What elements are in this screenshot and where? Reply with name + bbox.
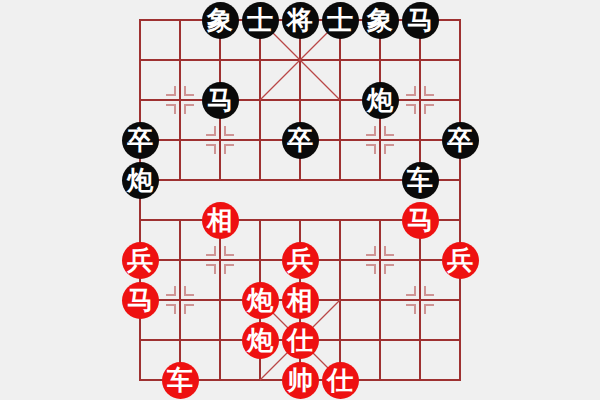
piece-black-general[interactable]: 将 [282,2,319,39]
piece-black-horse[interactable]: 马 [202,82,239,119]
piece-black-soldier[interactable]: 卒 [442,122,479,159]
piece-black-elephant[interactable]: 象 [202,2,239,39]
piece-black-advisor[interactable]: 士 [322,2,359,39]
xiangqi-board: 象士将士象马马炮卒卒卒炮车相马兵兵兵马炮相炮仕车帅仕 [0,0,600,400]
piece-red-soldier[interactable]: 兵 [282,242,319,279]
piece-black-elephant[interactable]: 象 [362,2,399,39]
piece-red-horse[interactable]: 马 [122,282,159,319]
pieces-layer: 象士将士象马马炮卒卒卒炮车相马兵兵兵马炮相炮仕车帅仕 [120,0,480,400]
piece-red-chariot[interactable]: 车 [162,362,199,399]
piece-black-horse[interactable]: 马 [402,2,439,39]
piece-red-elephant[interactable]: 相 [202,202,239,239]
piece-red-advisor[interactable]: 仕 [322,362,359,399]
piece-red-cannon[interactable]: 炮 [242,282,279,319]
piece-black-cannon[interactable]: 炮 [122,162,159,199]
piece-red-soldier[interactable]: 兵 [122,242,159,279]
piece-red-advisor[interactable]: 仕 [282,322,319,359]
piece-black-chariot[interactable]: 车 [402,162,439,199]
piece-black-soldier[interactable]: 卒 [122,122,159,159]
piece-black-cannon[interactable]: 炮 [362,82,399,119]
piece-black-soldier[interactable]: 卒 [282,122,319,159]
piece-red-cannon[interactable]: 炮 [242,322,279,359]
piece-black-advisor[interactable]: 士 [242,2,279,39]
piece-red-soldier[interactable]: 兵 [442,242,479,279]
piece-red-elephant[interactable]: 相 [282,282,319,319]
piece-red-horse[interactable]: 马 [402,202,439,239]
piece-red-general[interactable]: 帅 [282,362,319,399]
